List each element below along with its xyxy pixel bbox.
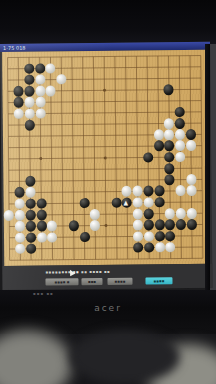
monitor-bezel-right bbox=[205, 44, 210, 290]
white-stone bbox=[4, 210, 14, 221]
white-stone bbox=[90, 209, 100, 220]
monitor-screen: 1-75 018 ▲ ▪▪▪▪▪▪▪▪ ▪▪ ▪▪ ▪▪▪▪ ▪▪ ▪▪▪▪ ▪… bbox=[0, 42, 213, 290]
monitor-stand bbox=[70, 330, 180, 384]
white-stone bbox=[15, 221, 25, 232]
white-stone bbox=[25, 108, 35, 119]
black-stone bbox=[36, 221, 46, 232]
white-stone bbox=[37, 232, 47, 243]
black-stone bbox=[25, 120, 35, 131]
white-stone bbox=[187, 208, 197, 219]
last-move-marker: ▲ bbox=[123, 199, 128, 207]
toolbar-button-1[interactable]: ▪▪▪▪ ▪ bbox=[45, 278, 78, 285]
black-stone bbox=[155, 231, 165, 242]
toolbar-button-3[interactable]: ▪▪▪▪ bbox=[107, 278, 132, 285]
white-stone bbox=[15, 210, 25, 221]
black-stone bbox=[175, 118, 185, 129]
black-stone bbox=[79, 198, 89, 209]
black-stone bbox=[25, 198, 35, 209]
white-stone bbox=[175, 129, 185, 140]
white-stone bbox=[25, 187, 35, 198]
black-stone bbox=[24, 86, 34, 97]
black-stone bbox=[143, 186, 153, 197]
toolbar-button-2[interactable]: ▪▪▪ bbox=[81, 278, 102, 285]
white-stone bbox=[24, 97, 34, 108]
black-stone bbox=[155, 220, 165, 231]
black-stone bbox=[14, 86, 24, 97]
black-stone bbox=[25, 176, 35, 187]
photo-of-monitor: 1-75 018 ▲ ▪▪▪▪▪▪▪▪ ▪▪ ▪▪ ▪▪▪▪ ▪▪ ▪▪▪▪ ▪… bbox=[0, 0, 216, 384]
black-stone bbox=[154, 197, 164, 208]
white-stone bbox=[35, 97, 45, 108]
white-stone bbox=[133, 209, 143, 220]
black-stone bbox=[79, 232, 89, 243]
black-stone bbox=[144, 220, 154, 231]
black-stone bbox=[24, 63, 34, 74]
acer-logo: acer bbox=[0, 303, 216, 313]
white-stone bbox=[186, 174, 196, 185]
white-stone bbox=[35, 74, 45, 85]
black-stone bbox=[187, 219, 197, 230]
bezel-label: ▪▪▪ ▪▪ bbox=[33, 291, 54, 296]
status-panel: ▪▪▪▪▪▪▪▪ ▪▪ ▪▪ ▪▪▪▪ ▪▪ ▪▪▪▪ ▪ ▪▪▪ ▪▪▪▪ ▪… bbox=[2, 264, 212, 290]
black-stone bbox=[154, 186, 164, 197]
monitor-bezel-top bbox=[0, 0, 216, 44]
white-stone bbox=[154, 129, 164, 140]
white-stone bbox=[186, 140, 196, 151]
black-stone bbox=[154, 141, 164, 152]
white-stone bbox=[35, 108, 45, 119]
white-stone bbox=[176, 208, 186, 219]
black-stone bbox=[69, 220, 79, 231]
black-stone bbox=[36, 198, 46, 209]
black-stone bbox=[26, 221, 36, 232]
window-title: 1-75 018 bbox=[3, 45, 26, 51]
black-stone bbox=[26, 232, 36, 243]
white-stone bbox=[35, 86, 45, 97]
black-stone bbox=[165, 163, 175, 174]
go-board[interactable]: ▲ bbox=[2, 50, 208, 266]
toolbar-button-confirm[interactable]: ▪▪▪▪ bbox=[145, 277, 172, 284]
black-stone bbox=[186, 129, 196, 140]
white-stone bbox=[144, 231, 154, 242]
white-stone bbox=[186, 185, 196, 196]
white-stone bbox=[164, 118, 174, 129]
black-stone bbox=[111, 197, 121, 208]
black-stone bbox=[36, 210, 46, 221]
black-stone bbox=[35, 63, 45, 74]
black-stone bbox=[26, 210, 36, 221]
black-stone bbox=[176, 219, 186, 230]
black-stone bbox=[144, 208, 154, 219]
white-stone bbox=[155, 242, 165, 253]
